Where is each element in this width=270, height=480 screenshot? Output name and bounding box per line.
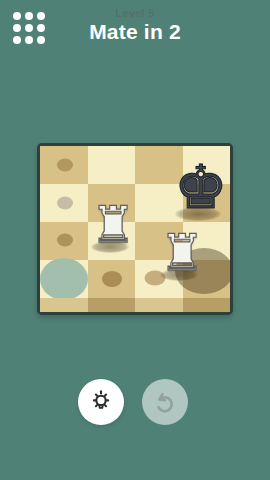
square-a1[interactable]: [40, 260, 88, 298]
piece-white-rook-b2[interactable]: ♜: [91, 200, 136, 250]
chess-board: ♚♜♜: [37, 143, 233, 315]
undo-arrow-icon: [152, 389, 178, 415]
piece-white-rook-c1[interactable]: ♜: [160, 228, 205, 278]
square-a2[interactable]: [40, 222, 88, 260]
app-screen: Level 5 Mate in 2 ♚♜♜: [0, 0, 270, 480]
hint-button[interactable]: [78, 379, 124, 425]
page-title: Mate in 2: [0, 20, 270, 44]
square-a4[interactable]: [40, 146, 88, 184]
lightbulb-icon: [88, 389, 114, 415]
piece-black-king-d3[interactable]: ♚: [174, 157, 228, 217]
square-b4[interactable]: [88, 146, 136, 184]
board-front-edge: [40, 298, 230, 312]
square-b1[interactable]: [88, 260, 136, 298]
square-a3[interactable]: [40, 184, 88, 222]
undo-button[interactable]: [142, 379, 188, 425]
level-label: Level 5: [0, 7, 270, 19]
